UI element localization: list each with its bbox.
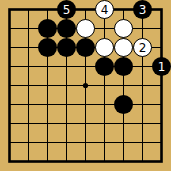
black-stone — [114, 57, 133, 76]
board-intersection[interactable] — [76, 38, 95, 57]
board-intersection[interactable] — [0, 114, 19, 133]
white-stone — [114, 19, 133, 38]
board-intersection[interactable] — [152, 114, 171, 133]
board-intersection[interactable] — [114, 76, 133, 95]
board-intersection[interactable] — [114, 133, 133, 152]
move-number-label: 4 — [101, 4, 109, 16]
board-intersection[interactable] — [19, 38, 38, 57]
black-stone: 5 — [57, 0, 76, 19]
board-intersection[interactable] — [133, 57, 152, 76]
board-intersection[interactable] — [0, 38, 19, 57]
board-intersection[interactable] — [114, 38, 133, 57]
move-number-label: 2 — [139, 42, 147, 54]
board-intersection[interactable] — [38, 19, 57, 38]
board-intersection[interactable] — [57, 57, 76, 76]
board-intersection[interactable] — [0, 152, 19, 171]
board-intersection[interactable] — [38, 114, 57, 133]
board-intersection[interactable] — [95, 38, 114, 57]
board-intersection[interactable] — [76, 95, 95, 114]
board-intersection[interactable] — [76, 76, 95, 95]
board-intersection[interactable] — [76, 57, 95, 76]
board-intersection[interactable] — [19, 57, 38, 76]
black-stone — [38, 19, 57, 38]
board-intersection[interactable] — [133, 19, 152, 38]
board-intersection[interactable] — [19, 76, 38, 95]
board-intersection[interactable] — [57, 152, 76, 171]
board-intersection[interactable] — [19, 114, 38, 133]
board-intersection[interactable] — [57, 95, 76, 114]
white-stone — [95, 38, 114, 57]
go-board: 54321 — [0, 0, 171, 171]
board-intersection[interactable] — [76, 114, 95, 133]
board-intersection[interactable] — [19, 95, 38, 114]
board-intersection[interactable] — [57, 114, 76, 133]
board-intersection[interactable] — [152, 0, 171, 19]
board-intersection[interactable] — [57, 133, 76, 152]
move-number-label: 3 — [139, 4, 147, 16]
black-stone — [76, 38, 95, 57]
board-intersection[interactable] — [19, 19, 38, 38]
board-intersection[interactable] — [95, 114, 114, 133]
black-stone — [57, 38, 76, 57]
board-intersection[interactable] — [114, 152, 133, 171]
board-intersection[interactable] — [133, 114, 152, 133]
board-intersection[interactable] — [133, 152, 152, 171]
board-intersection[interactable] — [95, 57, 114, 76]
white-stone — [76, 19, 95, 38]
board-intersection[interactable] — [152, 19, 171, 38]
board-intersection[interactable] — [57, 19, 76, 38]
board-intersection[interactable] — [152, 152, 171, 171]
board-intersection[interactable] — [114, 19, 133, 38]
board-intersection[interactable] — [95, 76, 114, 95]
board-intersection[interactable]: 4 — [95, 0, 114, 19]
board-intersection[interactable] — [38, 152, 57, 171]
board-intersection[interactable] — [0, 57, 19, 76]
board-intersection[interactable] — [38, 76, 57, 95]
go-board-diagram: 54321 — [0, 0, 171, 171]
move-number-label: 1 — [158, 61, 166, 73]
board-intersection[interactable] — [0, 76, 19, 95]
black-stone — [38, 38, 57, 57]
board-intersection[interactable] — [95, 95, 114, 114]
board-intersection[interactable] — [76, 0, 95, 19]
board-intersection[interactable] — [152, 133, 171, 152]
board-intersection[interactable] — [19, 0, 38, 19]
black-stone — [95, 57, 114, 76]
black-stone — [114, 95, 133, 114]
board-intersection[interactable] — [19, 152, 38, 171]
board-intersection[interactable] — [152, 95, 171, 114]
board-intersection[interactable]: 5 — [57, 0, 76, 19]
board-intersection[interactable] — [0, 95, 19, 114]
board-intersection[interactable] — [95, 152, 114, 171]
board-intersection[interactable]: 1 — [152, 57, 171, 76]
board-intersection[interactable]: 3 — [133, 0, 152, 19]
move-number-label: 5 — [63, 4, 71, 16]
board-intersection[interactable] — [57, 38, 76, 57]
board-intersection[interactable] — [0, 133, 19, 152]
board-intersection[interactable]: 2 — [133, 38, 152, 57]
board-intersection[interactable] — [57, 76, 76, 95]
white-stone — [114, 38, 133, 57]
board-intersection[interactable] — [38, 0, 57, 19]
board-intersection[interactable] — [95, 19, 114, 38]
black-stone: 1 — [152, 57, 171, 76]
black-stone: 3 — [133, 0, 152, 19]
board-intersection[interactable] — [76, 133, 95, 152]
board-intersection[interactable] — [133, 133, 152, 152]
white-stone: 2 — [133, 38, 152, 57]
white-stone: 4 — [95, 0, 114, 19]
board-intersection[interactable] — [114, 0, 133, 19]
board-intersection[interactable] — [76, 152, 95, 171]
board-intersection[interactable] — [76, 19, 95, 38]
board-intersection[interactable] — [114, 57, 133, 76]
board-intersection[interactable] — [19, 133, 38, 152]
board-intersection[interactable] — [152, 76, 171, 95]
board-intersection[interactable] — [0, 0, 19, 19]
board-intersection[interactable] — [152, 38, 171, 57]
board-intersection[interactable] — [38, 57, 57, 76]
board-intersection[interactable] — [133, 76, 152, 95]
board-intersection[interactable] — [114, 95, 133, 114]
board-intersection[interactable] — [38, 133, 57, 152]
board-intersection[interactable] — [95, 133, 114, 152]
black-stone — [57, 19, 76, 38]
board-intersection[interactable] — [0, 19, 19, 38]
board-intersection[interactable] — [38, 38, 57, 57]
board-intersection[interactable] — [114, 114, 133, 133]
board-intersection[interactable] — [38, 95, 57, 114]
board-intersection[interactable] — [133, 95, 152, 114]
